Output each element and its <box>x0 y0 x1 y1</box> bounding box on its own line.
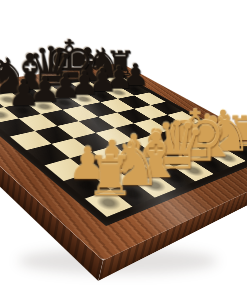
chess-board: ♜♞♝♛♚♝♞♜♟♟♟♟♟♟♟♟♟♟♟♟♟♟♟♟♜♞♝♛♚♝♞♜ <box>0 63 247 260</box>
pawn-glyph: ♟ <box>0 78 44 116</box>
chess-set-product-photo: ♜♞♝♛♚♝♞♜♟♟♟♟♟♟♟♟♟♟♟♟♟♟♟♟♜♞♝♛♚♝♞♜ <box>0 0 247 296</box>
perspective-scene: ♜♞♝♛♚♝♞♜♟♟♟♟♟♟♟♟♟♟♟♟♟♟♟♟♜♞♝♛♚♝♞♜ <box>0 0 247 296</box>
rook-glyph: ♜ <box>56 150 165 204</box>
pieces-layer: ♜♞♝♛♚♝♞♜♟♟♟♟♟♟♟♟♟♟♟♟♟♟♟♟♜♞♝♛♚♝♞♜ <box>0 76 247 217</box>
